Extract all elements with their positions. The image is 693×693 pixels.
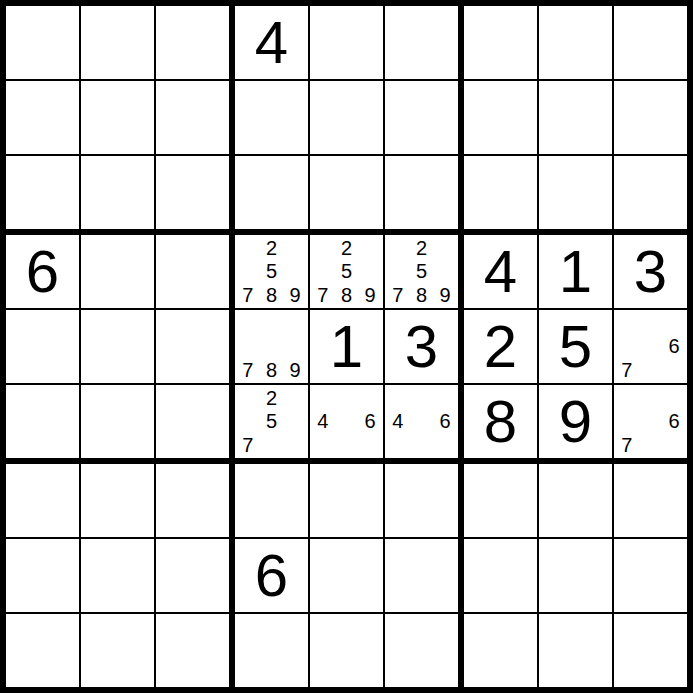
pencil-5 bbox=[639, 410, 663, 434]
pencil-1 bbox=[236, 236, 260, 260]
cell-r4c3[interactable] bbox=[156, 235, 229, 308]
digit: 6 bbox=[255, 546, 288, 606]
pencil-1 bbox=[615, 386, 639, 410]
cell-r2c6[interactable] bbox=[385, 81, 458, 154]
cell-r8c8[interactable] bbox=[539, 539, 612, 612]
pencil-2: 2 bbox=[260, 236, 284, 260]
pencil-3 bbox=[433, 386, 457, 410]
pencil-7: 7 bbox=[311, 283, 335, 307]
pencil-7: 7 bbox=[236, 358, 260, 382]
cell-r6c5[interactable]: 46 bbox=[310, 385, 383, 458]
cell-r7c4[interactable] bbox=[235, 464, 308, 537]
cell-r1c9[interactable] bbox=[614, 6, 687, 79]
cell-r2c8[interactable] bbox=[539, 81, 612, 154]
cell-r1c4[interactable]: 4 bbox=[235, 6, 308, 79]
cell-r7c3[interactable] bbox=[156, 464, 229, 537]
pencil-2 bbox=[639, 311, 663, 335]
pencil-1 bbox=[311, 236, 335, 260]
pencil-marks: 25789 bbox=[311, 236, 382, 307]
pencil-3 bbox=[283, 236, 307, 260]
pencil-4: 4 bbox=[386, 410, 410, 434]
cell-r8c6[interactable] bbox=[385, 539, 458, 612]
sudoku-board: 4625789257892578978913257464641325678967… bbox=[0, 0, 693, 693]
digit: 3 bbox=[405, 317, 438, 377]
cell-r3c5[interactable] bbox=[310, 156, 383, 229]
cell-r4c9[interactable]: 3 bbox=[614, 235, 687, 308]
digit: 3 bbox=[634, 242, 667, 302]
pencil-1 bbox=[311, 386, 335, 410]
cell-r6c8[interactable]: 9 bbox=[539, 385, 612, 458]
pencil-1 bbox=[386, 236, 410, 260]
cell-r8c7[interactable] bbox=[464, 539, 537, 612]
pencil-5: 5 bbox=[260, 410, 284, 434]
digit: 9 bbox=[559, 392, 592, 452]
cell-r1c7[interactable] bbox=[464, 6, 537, 79]
cell-r2c1[interactable] bbox=[6, 81, 79, 154]
pencil-8: 8 bbox=[410, 283, 434, 307]
pencil-3 bbox=[283, 311, 307, 335]
pencil-5 bbox=[639, 335, 663, 359]
pencil-marks: 789 bbox=[236, 311, 307, 382]
pencil-3 bbox=[358, 386, 382, 410]
pencil-2 bbox=[639, 386, 663, 410]
pencil-6 bbox=[358, 260, 382, 284]
pencil-3 bbox=[662, 311, 686, 335]
pencil-4: 4 bbox=[311, 410, 335, 434]
pencil-4 bbox=[236, 410, 260, 434]
digit: 4 bbox=[484, 242, 517, 302]
cell-r3c3[interactable] bbox=[156, 156, 229, 229]
cell-r4c2[interactable] bbox=[81, 235, 154, 308]
pencil-7: 7 bbox=[615, 433, 639, 457]
cell-r2c7[interactable] bbox=[464, 81, 537, 154]
pencil-9 bbox=[433, 433, 457, 457]
cell-r4c7[interactable]: 4 bbox=[464, 235, 537, 308]
box-2: 4 bbox=[235, 6, 458, 229]
pencil-3 bbox=[433, 236, 457, 260]
pencil-5: 5 bbox=[260, 260, 284, 284]
cell-r3c7[interactable] bbox=[464, 156, 537, 229]
pencil-5 bbox=[335, 410, 359, 434]
pencil-6: 6 bbox=[662, 335, 686, 359]
pencil-marks: 257 bbox=[236, 386, 307, 457]
cell-r6c7[interactable]: 8 bbox=[464, 385, 537, 458]
digit: 1 bbox=[559, 242, 592, 302]
pencil-marks: 67 bbox=[615, 311, 686, 382]
pencil-4 bbox=[615, 335, 639, 359]
pencil-4 bbox=[386, 260, 410, 284]
pencil-9 bbox=[358, 433, 382, 457]
pencil-2 bbox=[335, 386, 359, 410]
cell-r9c1[interactable] bbox=[6, 614, 79, 687]
cell-r5c7[interactable]: 2 bbox=[464, 310, 537, 383]
pencil-5 bbox=[410, 410, 434, 434]
pencil-9: 9 bbox=[283, 358, 307, 382]
cell-r8c4[interactable]: 6 bbox=[235, 539, 308, 612]
pencil-6: 6 bbox=[358, 410, 382, 434]
cell-r8c1[interactable] bbox=[6, 539, 79, 612]
cell-r2c4[interactable] bbox=[235, 81, 308, 154]
pencil-9: 9 bbox=[358, 283, 382, 307]
pencil-8: 8 bbox=[260, 358, 284, 382]
pencil-4 bbox=[615, 410, 639, 434]
pencil-5 bbox=[260, 335, 284, 359]
pencil-8: 8 bbox=[260, 283, 284, 307]
pencil-4 bbox=[236, 335, 260, 359]
pencil-3 bbox=[358, 236, 382, 260]
box-4: 6 bbox=[6, 235, 229, 458]
digit: 1 bbox=[330, 317, 363, 377]
cell-r4c6[interactable]: 25789 bbox=[385, 235, 458, 308]
cell-r9c9[interactable] bbox=[614, 614, 687, 687]
box-7 bbox=[6, 464, 229, 687]
digit: 8 bbox=[484, 392, 517, 452]
pencil-5: 5 bbox=[410, 260, 434, 284]
pencil-2: 2 bbox=[260, 386, 284, 410]
cell-r6c4[interactable]: 257 bbox=[235, 385, 308, 458]
cell-r5c8[interactable]: 5 bbox=[539, 310, 612, 383]
cell-r3c1[interactable] bbox=[6, 156, 79, 229]
cell-r5c4[interactable]: 789 bbox=[235, 310, 308, 383]
pencil-1 bbox=[236, 386, 260, 410]
pencil-9 bbox=[662, 433, 686, 457]
pencil-7: 7 bbox=[236, 433, 260, 457]
cell-r5c6[interactable]: 3 bbox=[385, 310, 458, 383]
box-9 bbox=[464, 464, 687, 687]
cell-r1c8[interactable] bbox=[539, 6, 612, 79]
pencil-marks: 25789 bbox=[236, 236, 307, 307]
pencil-8 bbox=[260, 433, 284, 457]
cell-r8c3[interactable] bbox=[156, 539, 229, 612]
cell-r9c6[interactable] bbox=[385, 614, 458, 687]
pencil-1 bbox=[615, 311, 639, 335]
pencil-6 bbox=[283, 410, 307, 434]
cell-r6c3[interactable] bbox=[156, 385, 229, 458]
cell-r4c4[interactable]: 25789 bbox=[235, 235, 308, 308]
pencil-marks: 46 bbox=[311, 386, 382, 457]
pencil-8 bbox=[410, 433, 434, 457]
pencil-7: 7 bbox=[386, 283, 410, 307]
cell-r2c5[interactable] bbox=[310, 81, 383, 154]
pencil-8 bbox=[639, 358, 663, 382]
cell-r7c5[interactable] bbox=[310, 464, 383, 537]
cell-r9c3[interactable] bbox=[156, 614, 229, 687]
pencil-7: 7 bbox=[236, 283, 260, 307]
digit: 6 bbox=[26, 242, 59, 302]
cell-r4c5[interactable]: 25789 bbox=[310, 235, 383, 308]
cell-r1c1[interactable] bbox=[6, 6, 79, 79]
box-1 bbox=[6, 6, 229, 229]
cell-r2c9[interactable] bbox=[614, 81, 687, 154]
cell-r9c4[interactable] bbox=[235, 614, 308, 687]
pencil-8 bbox=[639, 433, 663, 457]
cell-r2c2[interactable] bbox=[81, 81, 154, 154]
cell-r8c5[interactable] bbox=[310, 539, 383, 612]
cell-r9c5[interactable] bbox=[310, 614, 383, 687]
box-6: 41325678967 bbox=[464, 235, 687, 458]
pencil-3 bbox=[662, 386, 686, 410]
pencil-4 bbox=[311, 260, 335, 284]
cell-r7c8[interactable] bbox=[539, 464, 612, 537]
pencil-2: 2 bbox=[335, 236, 359, 260]
cell-r6c2[interactable] bbox=[81, 385, 154, 458]
pencil-9: 9 bbox=[283, 283, 307, 307]
pencil-marks: 25789 bbox=[386, 236, 457, 307]
pencil-2: 2 bbox=[410, 236, 434, 260]
cell-r7c6[interactable] bbox=[385, 464, 458, 537]
cell-r1c6[interactable] bbox=[385, 6, 458, 79]
pencil-2 bbox=[260, 311, 284, 335]
cell-r7c2[interactable] bbox=[81, 464, 154, 537]
cell-r6c1[interactable] bbox=[6, 385, 79, 458]
pencil-9: 9 bbox=[433, 283, 457, 307]
pencil-1 bbox=[386, 386, 410, 410]
box-3 bbox=[464, 6, 687, 229]
pencil-marks: 46 bbox=[386, 386, 457, 457]
cell-r5c2[interactable] bbox=[81, 310, 154, 383]
cell-r7c9[interactable] bbox=[614, 464, 687, 537]
pencil-7 bbox=[386, 433, 410, 457]
cell-r5c1[interactable] bbox=[6, 310, 79, 383]
cell-r3c8[interactable] bbox=[539, 156, 612, 229]
pencil-1 bbox=[236, 311, 260, 335]
cell-r2c3[interactable] bbox=[156, 81, 229, 154]
pencil-6 bbox=[283, 260, 307, 284]
cell-r3c4[interactable] bbox=[235, 156, 308, 229]
pencil-6: 6 bbox=[662, 410, 686, 434]
cell-r4c8[interactable]: 1 bbox=[539, 235, 612, 308]
pencil-5: 5 bbox=[335, 260, 359, 284]
pencil-4 bbox=[236, 260, 260, 284]
cell-r6c6[interactable]: 46 bbox=[385, 385, 458, 458]
cell-r5c3[interactable] bbox=[156, 310, 229, 383]
digit: 5 bbox=[559, 317, 592, 377]
cell-r3c6[interactable] bbox=[385, 156, 458, 229]
box-8: 6 bbox=[235, 464, 458, 687]
digit: 4 bbox=[255, 13, 288, 73]
pencil-9 bbox=[662, 358, 686, 382]
pencil-2 bbox=[410, 386, 434, 410]
cell-r8c2[interactable] bbox=[81, 539, 154, 612]
cell-r9c7[interactable] bbox=[464, 614, 537, 687]
cell-r9c8[interactable] bbox=[539, 614, 612, 687]
cell-r6c9[interactable]: 67 bbox=[614, 385, 687, 458]
box-5: 257892578925789789132574646 bbox=[235, 235, 458, 458]
cell-r8c9[interactable] bbox=[614, 539, 687, 612]
pencil-6 bbox=[433, 260, 457, 284]
pencil-marks: 67 bbox=[615, 386, 686, 457]
pencil-6: 6 bbox=[433, 410, 457, 434]
pencil-8: 8 bbox=[335, 283, 359, 307]
pencil-7: 7 bbox=[615, 358, 639, 382]
pencil-9 bbox=[283, 433, 307, 457]
cell-r1c2[interactable] bbox=[81, 6, 154, 79]
cell-r1c3[interactable] bbox=[156, 6, 229, 79]
pencil-3 bbox=[283, 386, 307, 410]
cell-r5c5[interactable]: 1 bbox=[310, 310, 383, 383]
cell-r7c1[interactable] bbox=[6, 464, 79, 537]
cell-r5c9[interactable]: 67 bbox=[614, 310, 687, 383]
digit: 2 bbox=[484, 317, 517, 377]
cell-r7c7[interactable] bbox=[464, 464, 537, 537]
pencil-8 bbox=[335, 433, 359, 457]
pencil-6 bbox=[283, 335, 307, 359]
pencil-7 bbox=[311, 433, 335, 457]
cell-r9c2[interactable] bbox=[81, 614, 154, 687]
cell-r3c9[interactable] bbox=[614, 156, 687, 229]
cell-r1c5[interactable] bbox=[310, 6, 383, 79]
cell-r4c1[interactable]: 6 bbox=[6, 235, 79, 308]
cell-r3c2[interactable] bbox=[81, 156, 154, 229]
